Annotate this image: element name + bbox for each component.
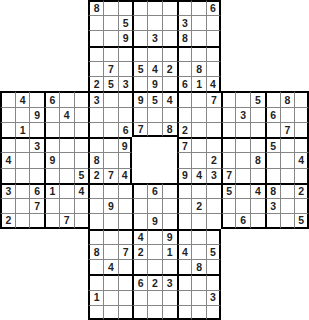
given-r8c19[interactable]: 6	[265, 107, 280, 122]
given-r7c4[interactable]: 6	[44, 91, 59, 106]
cell-r10c8[interactable]	[103, 137, 118, 152]
cell-r15c19[interactable]	[265, 213, 280, 228]
void-r16c4	[44, 229, 59, 244]
given-r14c8[interactable]: 9	[103, 198, 118, 213]
given-r13c1[interactable]: 3	[0, 183, 15, 198]
given-r2c9[interactable]: 5	[118, 15, 133, 30]
cell-r11c16[interactable]	[221, 152, 236, 167]
given-r20c15[interactable]: 3	[206, 290, 221, 305]
cell-r5c13[interactable]	[177, 61, 192, 76]
cell-r21c8[interactable]	[103, 305, 118, 320]
cell-r4c12[interactable]	[162, 46, 177, 61]
cell-r21c10[interactable]	[132, 305, 147, 320]
given-r12c13[interactable]: 9	[177, 168, 192, 183]
cell-r14c5[interactable]	[59, 198, 74, 213]
cell-r11c2[interactable]	[15, 152, 30, 167]
cell-r8c18[interactable]	[250, 107, 265, 122]
given-r8c3[interactable]: 9	[29, 107, 44, 122]
void-r6c20	[280, 76, 295, 91]
cell-r17c14[interactable]	[191, 244, 206, 259]
cell-r9c6[interactable]	[74, 122, 89, 137]
given-r11c15[interactable]: 2	[206, 152, 221, 167]
given-r12c8[interactable]: 7	[103, 168, 118, 183]
cell-r15c6[interactable]	[74, 213, 89, 228]
given-r16c10[interactable]: 4	[132, 229, 147, 244]
cell-r14c16[interactable]	[221, 198, 236, 213]
cell-r15c8[interactable]	[103, 213, 118, 228]
cell-r10c2[interactable]	[15, 137, 30, 152]
cell-r15c14[interactable]	[191, 213, 206, 228]
cell-r9c3[interactable]	[29, 122, 44, 137]
cell-r10c16[interactable]	[221, 137, 236, 152]
cell-r11c5[interactable]	[59, 152, 74, 167]
cell-r9c19[interactable]	[265, 122, 280, 137]
given-r6c14[interactable]: 1	[191, 76, 206, 91]
given-r10c3[interactable]: 3	[29, 137, 44, 152]
cell-r7c17[interactable]	[235, 91, 250, 106]
cell-r15c2[interactable]	[15, 213, 30, 228]
cell-r3c15[interactable]	[206, 30, 221, 45]
given-r3c11[interactable]: 3	[147, 30, 162, 45]
given-r1c7[interactable]: 8	[88, 0, 103, 15]
given-r9c20[interactable]: 7	[280, 122, 295, 137]
cell-r14c20[interactable]	[280, 198, 295, 213]
cell-r5c7[interactable]	[88, 61, 103, 76]
cell-r15c15[interactable]	[206, 213, 221, 228]
cell-r13c9[interactable]	[118, 183, 133, 198]
given-r13c11[interactable]: 6	[147, 183, 162, 198]
cell-r4c9[interactable]	[118, 46, 133, 61]
cell-r20c10[interactable]	[132, 290, 147, 305]
given-r6c9[interactable]: 3	[118, 76, 133, 91]
given-r10c19[interactable]: 5	[265, 137, 280, 152]
given-r15c5[interactable]: 7	[59, 213, 74, 228]
given-r7c15[interactable]: 7	[206, 91, 221, 106]
cell-r3c12[interactable]	[162, 30, 177, 45]
given-r18c8[interactable]: 4	[103, 259, 118, 274]
cell-r1c9[interactable]	[118, 0, 133, 15]
given-r11c4[interactable]: 9	[44, 152, 59, 167]
cell-r2c7[interactable]	[88, 15, 103, 30]
given-r20c7[interactable]: 1	[88, 290, 103, 305]
given-r19c12[interactable]: 3	[162, 274, 177, 289]
cell-r10c18[interactable]	[250, 137, 265, 152]
cell-r16c15[interactable]	[206, 229, 221, 244]
given-r5c14[interactable]: 8	[191, 61, 206, 76]
cell-r1c10[interactable]	[132, 0, 147, 15]
cell-r7c1[interactable]	[0, 91, 15, 106]
given-r17c12[interactable]: 1	[162, 244, 177, 259]
cell-r14c15[interactable]	[206, 198, 221, 213]
cell-r9c16[interactable]	[221, 122, 236, 137]
cell-r12c2[interactable]	[15, 168, 30, 183]
cell-r2c10[interactable]	[132, 15, 147, 30]
cell-r16c13[interactable]	[177, 229, 192, 244]
cell-r14c9[interactable]	[118, 198, 133, 213]
given-r12c7[interactable]: 2	[88, 168, 103, 183]
cell-r1c8[interactable]	[103, 0, 118, 15]
given-r15c21[interactable]: 5	[294, 213, 309, 228]
cell-r6c12[interactable]	[162, 76, 177, 91]
cell-r20c9[interactable]	[118, 290, 133, 305]
cell-r8c14[interactable]	[191, 107, 206, 122]
cell-r14c11[interactable]	[147, 198, 162, 213]
cell-r9c1[interactable]	[0, 122, 15, 137]
cell-r8c20[interactable]	[280, 107, 295, 122]
given-r15c17[interactable]: 6	[235, 213, 250, 228]
given-r14c3[interactable]: 7	[29, 198, 44, 213]
given-r19c10[interactable]: 6	[132, 274, 147, 289]
cell-r3c8[interactable]	[103, 30, 118, 45]
cell-r1c11[interactable]	[147, 0, 162, 15]
cell-r2c8[interactable]	[103, 15, 118, 30]
cell-r8c16[interactable]	[221, 107, 236, 122]
given-r13c4[interactable]: 1	[44, 183, 59, 198]
cell-r12c4[interactable]	[44, 168, 59, 183]
cell-r4c11[interactable]	[147, 46, 162, 61]
given-r10c9[interactable]: 9	[118, 137, 133, 152]
cell-r10c7[interactable]	[88, 137, 103, 152]
cell-r14c2[interactable]	[15, 198, 30, 213]
cell-r8c9[interactable]	[118, 107, 133, 122]
given-r7c7[interactable]: 3	[88, 91, 103, 106]
given-r12c14[interactable]: 4	[191, 168, 206, 183]
given-r12c15[interactable]: 3	[206, 168, 221, 183]
cell-r13c14[interactable]	[191, 183, 206, 198]
given-r11c7[interactable]: 8	[88, 152, 103, 167]
cell-r15c9[interactable]	[118, 213, 133, 228]
cell-r10c1[interactable]	[0, 137, 15, 152]
cell-r16c8[interactable]	[103, 229, 118, 244]
given-r3c13[interactable]: 8	[177, 30, 192, 45]
cell-r4c10[interactable]	[132, 46, 147, 61]
cell-r13c13[interactable]	[177, 183, 192, 198]
given-r12c9[interactable]: 4	[118, 168, 133, 183]
cell-r12c21[interactable]	[294, 168, 309, 183]
given-r7c18[interactable]: 5	[250, 91, 265, 106]
given-r6c13[interactable]: 6	[177, 76, 192, 91]
void-r17c19	[265, 244, 280, 259]
given-r18c14[interactable]: 8	[191, 259, 206, 274]
cell-r21c12[interactable]	[162, 305, 177, 320]
cell-r19c13[interactable]	[177, 274, 192, 289]
cell-r11c3[interactable]	[29, 152, 44, 167]
cell-r16c14[interactable]	[191, 229, 206, 244]
cell-r7c8[interactable]	[103, 91, 118, 106]
cell-r21c11[interactable]	[147, 305, 162, 320]
cell-r13c8[interactable]	[103, 183, 118, 198]
cell-r18c12[interactable]	[162, 259, 177, 274]
cell-r12c3[interactable]	[29, 168, 44, 183]
cell-r12c5[interactable]	[59, 168, 74, 183]
cell-r14c10[interactable]	[132, 198, 147, 213]
given-r9c12[interactable]: 8	[162, 122, 177, 137]
cell-r11c9[interactable]	[118, 152, 133, 167]
void-r5c18	[250, 61, 265, 76]
cell-r7c6[interactable]	[74, 91, 89, 106]
cell-r16c11[interactable]	[147, 229, 162, 244]
cell-r15c20[interactable]	[280, 213, 295, 228]
cell-r11c8[interactable]	[103, 152, 118, 167]
given-r13c19[interactable]: 8	[265, 183, 280, 198]
given-r14c14[interactable]: 2	[191, 198, 206, 213]
cell-r10c17[interactable]	[235, 137, 250, 152]
cell-r9c15[interactable]	[206, 122, 221, 137]
cell-r8c11[interactable]	[147, 107, 162, 122]
given-r13c18[interactable]: 4	[250, 183, 265, 198]
cell-r6c10[interactable]	[132, 76, 147, 91]
given-r8c17[interactable]: 3	[235, 107, 250, 122]
given-r7c12[interactable]: 4	[162, 91, 177, 106]
cell-r19c8[interactable]	[103, 274, 118, 289]
cell-r16c7[interactable]	[88, 229, 103, 244]
given-r1c15[interactable]: 6	[206, 0, 221, 15]
cell-r4c8[interactable]	[103, 46, 118, 61]
cell-r9c17[interactable]	[235, 122, 250, 137]
given-r15c11[interactable]: 9	[147, 213, 162, 228]
cell-r14c1[interactable]	[0, 198, 15, 213]
cell-r15c16[interactable]	[221, 213, 236, 228]
cell-r9c7[interactable]	[88, 122, 103, 137]
given-r19c11[interactable]: 2	[147, 274, 162, 289]
cell-r17c11[interactable]	[147, 244, 162, 259]
cell-r11c13[interactable]	[177, 152, 192, 167]
cell-r15c3[interactable]	[29, 213, 44, 228]
cell-r13c10[interactable]	[132, 183, 147, 198]
cell-r2c12[interactable]	[162, 15, 177, 30]
given-r10c13[interactable]: 7	[177, 137, 192, 152]
cell-r8c1[interactable]	[0, 107, 15, 122]
cell-r11c14[interactable]	[191, 152, 206, 167]
cell-r14c6[interactable]	[74, 198, 89, 213]
cell-r9c4[interactable]	[44, 122, 59, 137]
void-r10c10	[132, 137, 147, 152]
void-r2c17	[235, 15, 250, 30]
cell-r9c21[interactable]	[294, 122, 309, 137]
cell-r12c18[interactable]	[250, 168, 265, 183]
cell-r11c17[interactable]	[235, 152, 250, 167]
cell-r10c20[interactable]	[280, 137, 295, 152]
cell-r16c9[interactable]	[118, 229, 133, 244]
cell-r19c9[interactable]	[118, 274, 133, 289]
cell-r21c14[interactable]	[191, 305, 206, 320]
cell-r20c8[interactable]	[103, 290, 118, 305]
given-r7c2[interactable]: 4	[15, 91, 30, 106]
cell-r13c5[interactable]	[59, 183, 74, 198]
void-r10c11	[147, 137, 162, 152]
cell-r17c8[interactable]	[103, 244, 118, 259]
given-r13c21[interactable]: 2	[294, 183, 309, 198]
given-r11c18[interactable]: 8	[250, 152, 265, 167]
given-r13c6[interactable]: 4	[74, 183, 89, 198]
cell-r7c21[interactable]	[294, 91, 309, 106]
cell-r15c4[interactable]	[44, 213, 59, 228]
cell-r13c17[interactable]	[235, 183, 250, 198]
cell-r14c21[interactable]	[294, 198, 309, 213]
given-r17c9[interactable]: 7	[118, 244, 133, 259]
cell-r18c13[interactable]	[177, 259, 192, 274]
cell-r4c13[interactable]	[177, 46, 192, 61]
given-r7c10[interactable]: 9	[132, 91, 147, 106]
cell-r4c14[interactable]	[191, 46, 206, 61]
cell-r14c17[interactable]	[235, 198, 250, 213]
cell-r12c20[interactable]	[280, 168, 295, 183]
cell-r8c21[interactable]	[294, 107, 309, 122]
cell-r10c5[interactable]	[59, 137, 74, 152]
cell-r10c21[interactable]	[294, 137, 309, 152]
cell-r2c15[interactable]	[206, 15, 221, 30]
cell-r21c13[interactable]	[177, 305, 192, 320]
given-r9c9[interactable]: 6	[118, 122, 133, 137]
cell-r19c7[interactable]	[88, 274, 103, 289]
cell-r18c7[interactable]	[88, 259, 103, 274]
given-r17c15[interactable]: 5	[206, 244, 221, 259]
cell-r15c13[interactable]	[177, 213, 192, 228]
cell-r1c12[interactable]	[162, 0, 177, 15]
given-r11c1[interactable]: 4	[0, 152, 15, 167]
cell-r8c6[interactable]	[74, 107, 89, 122]
given-r6c8[interactable]: 5	[103, 76, 118, 91]
cell-r10c14[interactable]	[191, 137, 206, 152]
given-r5c12[interactable]: 2	[162, 61, 177, 76]
cell-r5c15[interactable]	[206, 61, 221, 76]
given-r14c19[interactable]: 3	[265, 198, 280, 213]
cell-r21c15[interactable]	[206, 305, 221, 320]
cell-r13c15[interactable]	[206, 183, 221, 198]
cell-r7c3[interactable]	[29, 91, 44, 106]
given-r13c16[interactable]: 5	[221, 183, 236, 198]
cell-r11c6[interactable]	[74, 152, 89, 167]
cell-r7c16[interactable]	[221, 91, 236, 106]
cell-r8c13[interactable]	[177, 107, 192, 122]
cell-r8c7[interactable]	[88, 107, 103, 122]
void-r4c1	[0, 46, 15, 61]
cell-r14c18[interactable]	[250, 198, 265, 213]
void-r4c21	[294, 46, 309, 61]
cell-r10c15[interactable]	[206, 137, 221, 152]
given-r9c13[interactable]: 2	[177, 122, 192, 137]
given-r17c13[interactable]: 4	[177, 244, 192, 259]
given-r3c9[interactable]: 9	[118, 30, 133, 45]
cell-r15c7[interactable]	[88, 213, 103, 228]
cell-r20c14[interactable]	[191, 290, 206, 305]
given-r17c7[interactable]: 8	[88, 244, 103, 259]
cell-r19c14[interactable]	[191, 274, 206, 289]
cell-r1c13[interactable]	[177, 0, 192, 15]
given-r15c1[interactable]: 2	[0, 213, 15, 228]
cell-r8c8[interactable]	[103, 107, 118, 122]
cell-r9c8[interactable]	[103, 122, 118, 137]
cell-r18c9[interactable]	[118, 259, 133, 274]
cell-r11c19[interactable]	[265, 152, 280, 167]
given-r6c7[interactable]: 2	[88, 76, 103, 91]
cell-r2c14[interactable]	[191, 15, 206, 30]
cell-r20c12[interactable]	[162, 290, 177, 305]
given-r5c10[interactable]: 5	[132, 61, 147, 76]
given-r16c12[interactable]: 9	[162, 229, 177, 244]
cell-r9c18[interactable]	[250, 122, 265, 137]
cell-r2c11[interactable]	[147, 15, 162, 30]
void-r4c2	[15, 46, 30, 61]
cell-r7c9[interactable]	[118, 91, 133, 106]
given-r11c21[interactable]: 4	[294, 152, 309, 167]
cell-r1c14[interactable]	[191, 0, 206, 15]
cell-r21c7[interactable]	[88, 305, 103, 320]
cell-r3c7[interactable]	[88, 30, 103, 45]
cell-r8c4[interactable]	[44, 107, 59, 122]
cell-r20c11[interactable]	[147, 290, 162, 305]
cell-r7c5[interactable]	[59, 91, 74, 106]
cell-r8c2[interactable]	[15, 107, 30, 122]
cell-r15c18[interactable]	[250, 213, 265, 228]
cell-r8c15[interactable]	[206, 107, 221, 122]
cell-r19c15[interactable]	[206, 274, 221, 289]
cell-r10c6[interactable]	[74, 137, 89, 152]
given-r7c11[interactable]: 5	[147, 91, 162, 106]
given-r2c13[interactable]: 3	[177, 15, 192, 30]
given-r9c10[interactable]: 7	[132, 122, 147, 137]
cell-r13c12[interactable]	[162, 183, 177, 198]
given-r7c20[interactable]: 8	[280, 91, 295, 106]
cell-r15c12[interactable]	[162, 213, 177, 228]
void-r6c17	[235, 76, 250, 91]
cell-r7c13[interactable]	[177, 91, 192, 106]
given-r8c5[interactable]: 4	[59, 107, 74, 122]
cell-r13c7[interactable]	[88, 183, 103, 198]
cell-r18c15[interactable]	[206, 259, 221, 274]
cell-r12c17[interactable]	[235, 168, 250, 183]
cell-r10c4[interactable]	[44, 137, 59, 152]
cell-r14c4[interactable]	[44, 198, 59, 213]
cell-r7c19[interactable]	[265, 91, 280, 106]
cell-r21c9[interactable]	[118, 305, 133, 320]
cell-r8c12[interactable]	[162, 107, 177, 122]
cell-r12c19[interactable]	[265, 168, 280, 183]
cell-r14c13[interactable]	[177, 198, 192, 213]
cell-r12c1[interactable]	[0, 168, 15, 183]
cell-r4c7[interactable]	[88, 46, 103, 61]
given-r12c6[interactable]: 5	[74, 168, 89, 183]
void-r1c2	[15, 0, 30, 15]
given-r6c11[interactable]: 9	[147, 76, 162, 91]
given-r9c2[interactable]: 1	[15, 122, 30, 137]
cell-r3c14[interactable]	[191, 30, 206, 45]
given-r17c10[interactable]: 2	[132, 244, 147, 259]
given-r6c15[interactable]: 4	[206, 76, 221, 91]
cell-r9c14[interactable]	[191, 122, 206, 137]
cell-r7c14[interactable]	[191, 91, 206, 106]
given-r13c3[interactable]: 6	[29, 183, 44, 198]
cell-r14c12[interactable]	[162, 198, 177, 213]
cell-r15c10[interactable]	[132, 213, 147, 228]
cell-r14c7[interactable]	[88, 198, 103, 213]
cell-r20c13[interactable]	[177, 290, 192, 305]
cell-r3c10[interactable]	[132, 30, 147, 45]
cell-r13c20[interactable]	[280, 183, 295, 198]
given-r5c8[interactable]: 7	[103, 61, 118, 76]
cell-r5c9[interactable]	[118, 61, 133, 76]
given-r12c16[interactable]: 7	[221, 168, 236, 183]
cell-r18c11[interactable]	[147, 259, 162, 274]
cell-r8c10[interactable]	[132, 107, 147, 122]
cell-r9c11[interactable]	[147, 122, 162, 137]
cell-r13c2[interactable]	[15, 183, 30, 198]
cell-r9c5[interactable]	[59, 122, 74, 137]
given-r5c11[interactable]: 4	[147, 61, 162, 76]
cell-r18c10[interactable]	[132, 259, 147, 274]
cell-r4c15[interactable]	[206, 46, 221, 61]
cell-r11c20[interactable]	[280, 152, 295, 167]
